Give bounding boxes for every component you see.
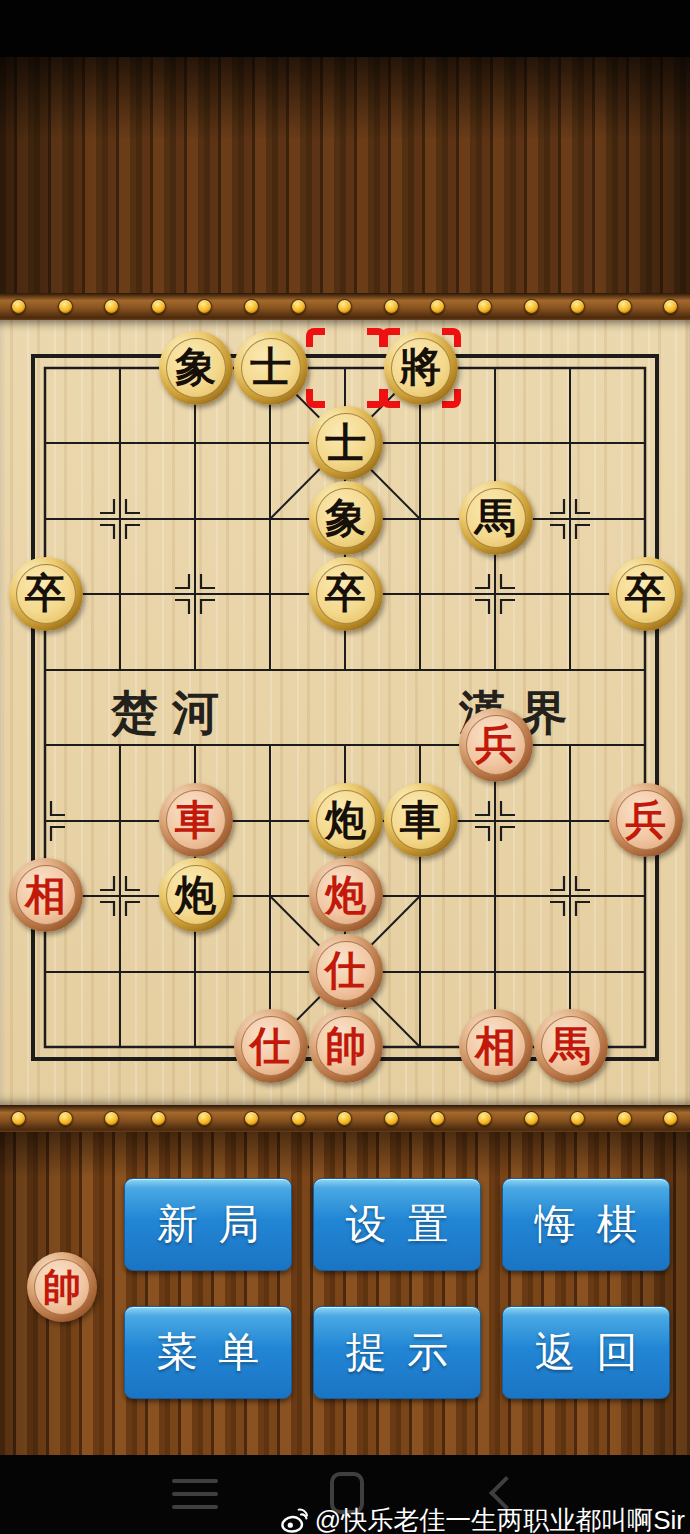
piece-glyph: 兵: [625, 800, 666, 841]
red-advisor[interactable]: 仕: [234, 1009, 308, 1083]
piece-glyph: 馬: [550, 1026, 591, 1067]
red-general-decor-disc: 帥: [27, 1252, 97, 1322]
gold-stud: [617, 299, 632, 314]
black-cannon[interactable]: 炮: [159, 858, 233, 932]
red-horse[interactable]: 馬: [534, 1009, 608, 1083]
gold-stud: [151, 1111, 166, 1126]
weibo-icon: [279, 1507, 311, 1534]
red-general-decor-glyph: 帥: [43, 1268, 81, 1306]
piece-glyph: 車: [175, 800, 216, 841]
gold-stud: [197, 1111, 212, 1126]
piece-glyph: 帥: [325, 1026, 366, 1067]
piece-glyph: 兵: [475, 724, 516, 765]
nav-menu-icon[interactable]: [172, 1479, 218, 1509]
gold-stud: [384, 299, 399, 314]
piece-glyph: 象: [175, 347, 216, 388]
watermark-text: @快乐老佳一生两职业都叫啊Sir: [315, 1503, 685, 1534]
piece-glyph: 炮: [325, 800, 366, 841]
piece-glyph: 士: [325, 423, 366, 464]
piece-glyph: 卒: [25, 573, 66, 614]
gold-stud: [430, 1111, 445, 1126]
red-elephant[interactable]: 相: [9, 858, 83, 932]
hint-button[interactable]: 提示: [313, 1306, 481, 1399]
button-grid: 新局 设置 悔棋 菜单 提示 返回: [124, 1178, 670, 1399]
red-soldier[interactable]: 兵: [459, 708, 533, 782]
piece-glyph: 炮: [175, 875, 216, 916]
red-advisor[interactable]: 仕: [309, 934, 383, 1008]
black-advisor[interactable]: 士: [309, 406, 383, 480]
settings-button[interactable]: 设置: [313, 1178, 481, 1271]
gold-stud: [570, 299, 585, 314]
top-wood-background: [0, 57, 690, 293]
piece-glyph: 士: [250, 347, 291, 388]
gold-stud: [477, 1111, 492, 1126]
gold-stud: [570, 1111, 585, 1126]
board-grid[interactable]: 將象士士象馬卒卒卒兵車炮車兵相炮炮仕仕帥相馬: [8, 330, 683, 1084]
stud-strip-bottom: [0, 1105, 690, 1132]
black-cannon[interactable]: 炮: [309, 783, 383, 857]
piece-glyph: 炮: [325, 875, 366, 916]
gold-stud: [337, 1111, 352, 1126]
black-elephant[interactable]: 象: [309, 481, 383, 555]
black-horse[interactable]: 馬: [459, 481, 533, 555]
black-soldier[interactable]: 卒: [9, 557, 83, 631]
gold-stud: [104, 1111, 119, 1126]
piece-glyph: 將: [400, 347, 441, 388]
undo-button[interactable]: 悔棋: [502, 1178, 670, 1271]
black-soldier[interactable]: 卒: [609, 557, 683, 631]
piece-glyph: 卒: [325, 573, 366, 614]
piece-glyph: 卒: [625, 573, 666, 614]
gold-stud: [58, 1111, 73, 1126]
black-elephant[interactable]: 象: [159, 331, 233, 405]
gold-stud: [244, 1111, 259, 1126]
gold-stud: [104, 299, 119, 314]
red-chariot[interactable]: 車: [159, 783, 233, 857]
gold-stud: [337, 299, 352, 314]
black-soldier[interactable]: 卒: [309, 557, 383, 631]
black-advisor[interactable]: 士: [234, 331, 308, 405]
back-button[interactable]: 返回: [502, 1306, 670, 1399]
piece-glyph: 車: [400, 800, 441, 841]
black-chariot[interactable]: 車: [384, 783, 458, 857]
stud-strip-top: [0, 293, 690, 320]
gold-stud: [11, 1111, 26, 1126]
status-bar: [0, 0, 690, 57]
red-general[interactable]: 帥: [309, 1009, 383, 1083]
gold-stud: [197, 299, 212, 314]
gold-stud: [617, 1111, 632, 1126]
gold-stud: [291, 299, 306, 314]
gold-stud: [524, 1111, 539, 1126]
watermark: @快乐老佳一生两职业都叫啊Sir: [279, 1503, 685, 1534]
menu-button[interactable]: 菜单: [124, 1306, 292, 1399]
gold-stud: [244, 299, 259, 314]
gold-stud: [524, 299, 539, 314]
piece-glyph: 仕: [250, 1026, 291, 1067]
gold-stud: [477, 299, 492, 314]
android-nav-bar: @快乐老佳一生两职业都叫啊Sir: [0, 1455, 690, 1534]
gold-stud: [11, 299, 26, 314]
gold-stud: [291, 1111, 306, 1126]
gold-stud: [663, 1111, 678, 1126]
gold-stud: [151, 299, 166, 314]
piece-glyph: 相: [475, 1026, 516, 1067]
red-general-decor: 帥: [27, 1252, 97, 1322]
new-game-button[interactable]: 新局: [124, 1178, 292, 1271]
gold-stud: [430, 299, 445, 314]
gold-stud: [384, 1111, 399, 1126]
gold-stud: [58, 299, 73, 314]
piece-glyph: 相: [25, 875, 66, 916]
red-cannon[interactable]: 炮: [309, 858, 383, 932]
black-general-selected[interactable]: 將: [384, 331, 458, 405]
piece-glyph: 仕: [325, 950, 366, 991]
last-move-marker: [306, 328, 386, 408]
red-elephant[interactable]: 相: [459, 1009, 533, 1083]
gold-stud: [663, 299, 678, 314]
app-screen: 楚河 漢界 將象士士象馬卒卒卒兵車炮車兵相炮炮仕仕帥相馬 帥 新局 设置 悔棋 …: [0, 0, 690, 1534]
piece-glyph: 象: [325, 498, 366, 539]
piece-glyph: 馬: [475, 498, 516, 539]
red-soldier[interactable]: 兵: [609, 783, 683, 857]
